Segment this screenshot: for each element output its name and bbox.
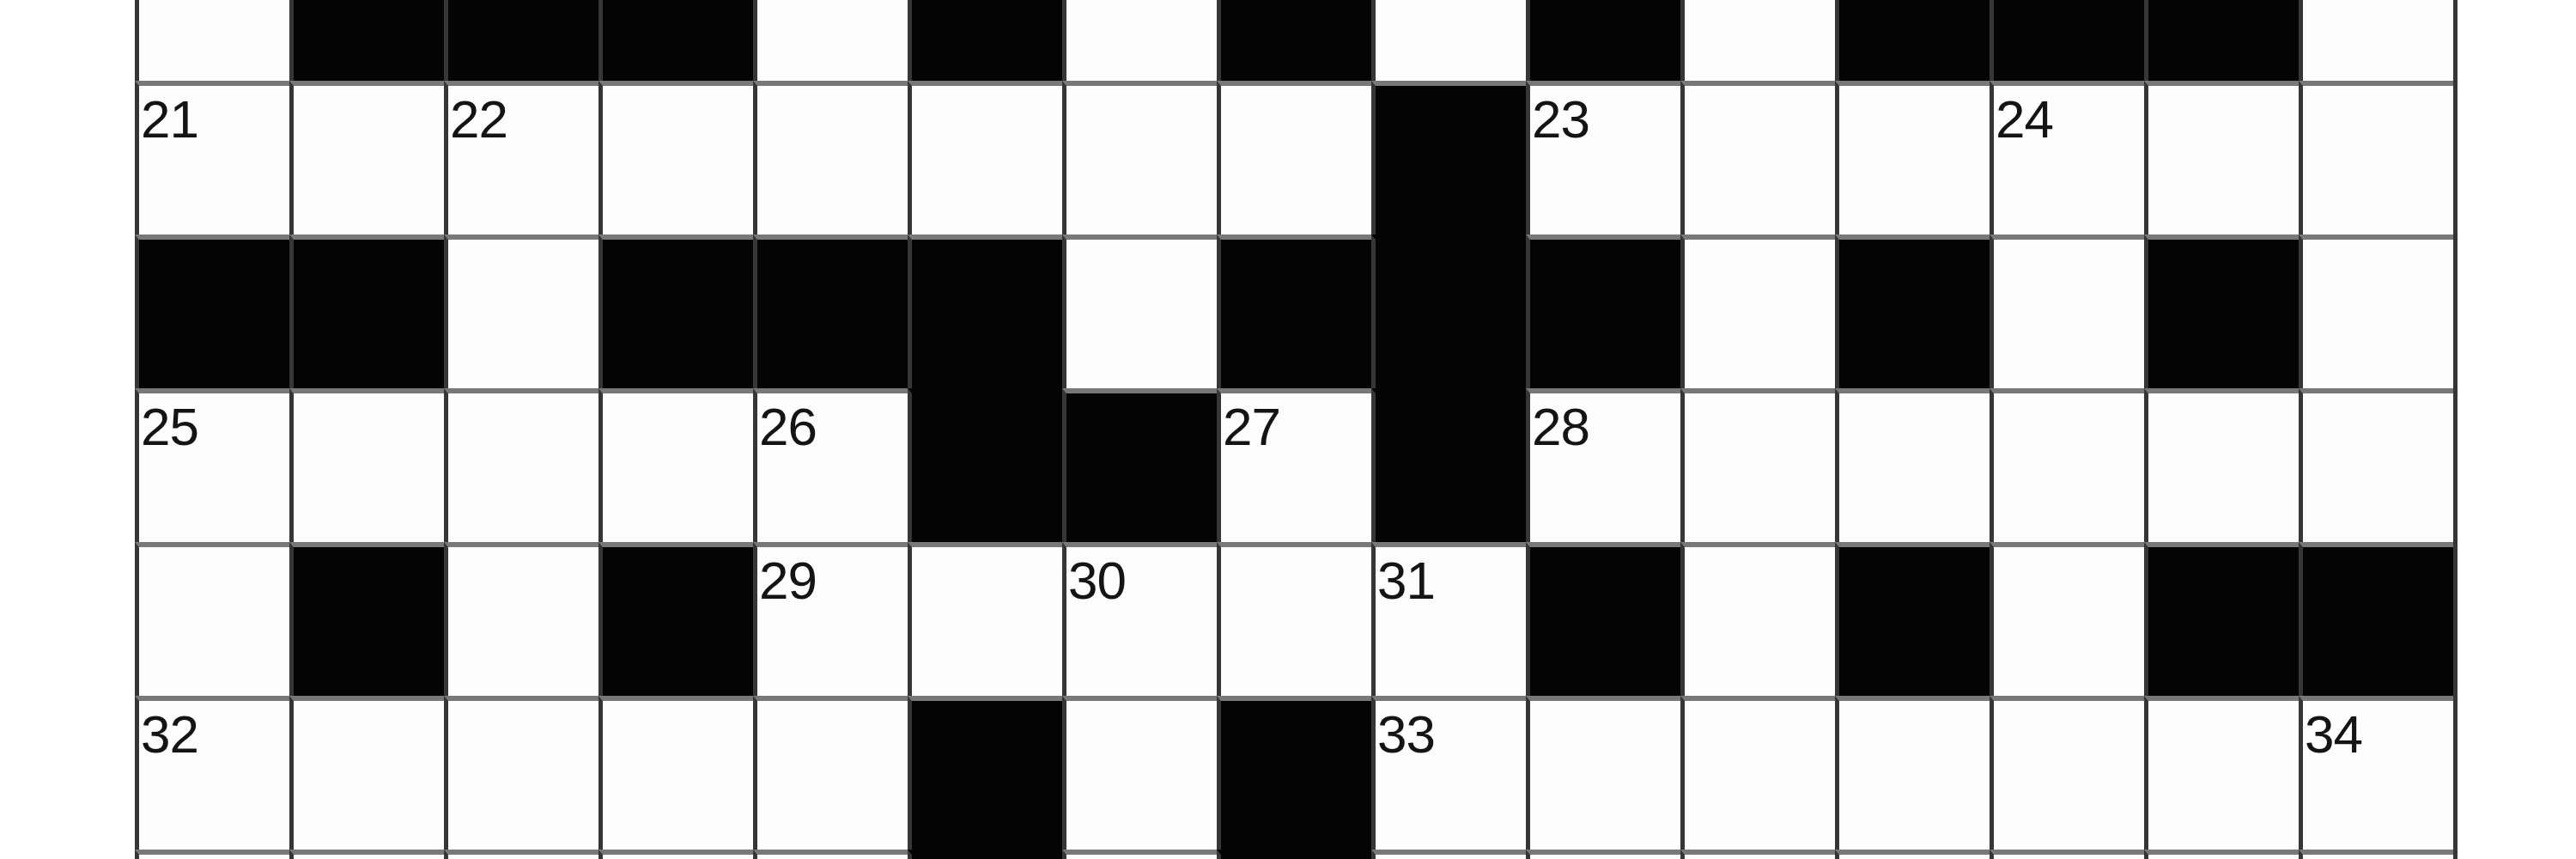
cell-r3-c10-block: [1526, 235, 1680, 388]
clue-number-27: 27: [1223, 400, 1280, 454]
clue-number-33: 33: [1377, 708, 1435, 761]
cell-r5-c4-block: [598, 542, 753, 696]
cell-r6-c4[interactable]: [598, 696, 753, 850]
clue-number-30: 30: [1068, 554, 1126, 607]
cell-r1-c15[interactable]: [2299, 0, 2453, 81]
clue-number-26: 26: [759, 400, 817, 454]
cell-r2-c12[interactable]: [1835, 81, 1990, 235]
cell-r3-c14-block: [2144, 235, 2299, 388]
cell-r6-c5[interactable]: [753, 696, 908, 850]
cell-r5-c15-block: [2299, 542, 2453, 696]
cell-r5-c3[interactable]: [444, 542, 598, 696]
cell-r6-c2[interactable]: [289, 696, 444, 850]
cell-r1-c3-block: [444, 0, 598, 81]
cell-r6-c14[interactable]: [2144, 696, 2299, 850]
cell-r7-c12[interactable]: [1835, 850, 1990, 859]
cell-r7-c14[interactable]: [2144, 850, 2299, 859]
cell-r1-c9[interactable]: [1371, 0, 1526, 81]
cell-r2-c15[interactable]: [2299, 81, 2453, 235]
cell-r1-c5[interactable]: [753, 0, 908, 81]
cell-r3-c15[interactable]: [2299, 235, 2453, 388]
cell-r2-c6[interactable]: [908, 81, 1062, 235]
clue-number-28: 28: [1532, 400, 1589, 454]
cell-r2-c9-block: [1371, 81, 1526, 235]
cell-r4-c5[interactable]: 26: [753, 388, 908, 542]
cell-r4-c3[interactable]: [444, 388, 598, 542]
clue-number-21: 21: [141, 93, 198, 146]
cell-r5-c10-block: [1526, 542, 1680, 696]
clue-number-24: 24: [1996, 93, 2053, 146]
cell-r4-c13[interactable]: [1990, 388, 2144, 542]
cell-r3-c9-block: [1371, 235, 1526, 388]
cell-r2-c11[interactable]: [1680, 81, 1835, 235]
cell-r4-c10[interactable]: 28: [1526, 388, 1680, 542]
clue-number-23: 23: [1532, 93, 1589, 146]
cell-r3-c12-block: [1835, 235, 1990, 388]
clue-number-31: 31: [1377, 554, 1435, 607]
clue-number-29: 29: [759, 554, 817, 607]
cell-r1-c12-block: [1835, 0, 1990, 81]
crossword-board: 2122232425262728293031323334: [135, 0, 2458, 859]
clue-number-22: 22: [450, 93, 507, 146]
cell-r4-c6-block: [908, 388, 1062, 542]
cell-r4-c9-block: [1371, 388, 1526, 542]
cell-r3-c5-block: [753, 235, 908, 388]
cell-r4-c4[interactable]: [598, 388, 753, 542]
cell-r2-c1[interactable]: 21: [135, 81, 289, 235]
cell-r2-c8[interactable]: [1217, 81, 1371, 235]
clue-number-32: 32: [141, 708, 198, 761]
cell-r5-c12-block: [1835, 542, 1990, 696]
cell-r6-c12[interactable]: [1835, 696, 1990, 850]
cell-r5-c8[interactable]: [1217, 542, 1371, 696]
cell-r4-c15[interactable]: [2299, 388, 2453, 542]
cell-r6-c1[interactable]: 32: [135, 696, 289, 850]
cell-r6-c9[interactable]: 33: [1371, 696, 1526, 850]
crossword-page: 2122232425262728293031323334: [0, 0, 2576, 859]
cell-r1-c6-block: [908, 0, 1062, 81]
cell-r2-c5[interactable]: [753, 81, 908, 235]
cell-r3-c4-block: [598, 235, 753, 388]
cell-r7-c3[interactable]: [444, 850, 598, 859]
cell-r6-c3[interactable]: [444, 696, 598, 850]
cell-r7-c5[interactable]: [753, 850, 908, 859]
cell-r3-c11[interactable]: [1680, 235, 1835, 388]
cell-r7-c8-block: [1217, 850, 1371, 859]
cell-r7-c6-block: [908, 850, 1062, 859]
cell-r5-c2-block: [289, 542, 444, 696]
cell-r7-c11[interactable]: [1680, 850, 1835, 859]
cell-r1-c13-block: [1990, 0, 2144, 81]
cell-r7-c4[interactable]: [598, 850, 753, 859]
cell-r7-c13[interactable]: [1990, 850, 2144, 859]
cell-r6-c10[interactable]: [1526, 696, 1680, 850]
cell-r5-c14-block: [2144, 542, 2299, 696]
cell-r6-c7[interactable]: [1062, 696, 1217, 850]
cell-r6-c15[interactable]: 34: [2299, 696, 2453, 850]
cell-r5-c6[interactable]: [908, 542, 1062, 696]
cell-r4-c11[interactable]: [1680, 388, 1835, 542]
cell-r5-c13[interactable]: [1990, 542, 2144, 696]
cell-r1-c8-block: [1217, 0, 1371, 81]
clue-number-34: 34: [2305, 708, 2362, 761]
cell-r6-c13[interactable]: [1990, 696, 2144, 850]
cell-r7-c9[interactable]: [1371, 850, 1526, 859]
cell-r2-c13[interactable]: 24: [1990, 81, 2144, 235]
cell-r1-c10-block: [1526, 0, 1680, 81]
cell-r3-c8-block: [1217, 235, 1371, 388]
cell-r2-c4[interactable]: [598, 81, 753, 235]
cell-r7-c1[interactable]: [135, 850, 289, 859]
cell-r3-c1-block: [135, 235, 289, 388]
cell-r3-c3[interactable]: [444, 235, 598, 388]
cell-r5-c5[interactable]: 29: [753, 542, 908, 696]
cell-r1-c11[interactable]: [1680, 0, 1835, 81]
cell-r4-c2[interactable]: [289, 388, 444, 542]
cell-r1-c2-block: [289, 0, 444, 81]
cell-r2-c10[interactable]: 23: [1526, 81, 1680, 235]
cell-r5-c9[interactable]: 31: [1371, 542, 1526, 696]
cell-r7-c7[interactable]: [1062, 850, 1217, 859]
cell-r5-c1[interactable]: [135, 542, 289, 696]
cell-r4-c12[interactable]: [1835, 388, 1990, 542]
cell-r7-c2[interactable]: [289, 850, 444, 859]
cell-r3-c6-block: [908, 235, 1062, 388]
cell-r2-c3[interactable]: 22: [444, 81, 598, 235]
clue-number-25: 25: [141, 400, 198, 454]
cell-r5-c11[interactable]: [1680, 542, 1835, 696]
cell-r7-c15[interactable]: [2299, 850, 2453, 859]
cell-r6-c6-block: [908, 696, 1062, 850]
cell-r6-c8-block: [1217, 696, 1371, 850]
cell-r2-c2[interactable]: [289, 81, 444, 235]
cell-r4-c14[interactable]: [2144, 388, 2299, 542]
cell-r4-c1[interactable]: 25: [135, 388, 289, 542]
cell-r1-c4-block: [598, 0, 753, 81]
cell-r1-c1[interactable]: [135, 0, 289, 81]
cell-r7-c10[interactable]: [1526, 850, 1680, 859]
cell-r4-c7-block: [1062, 388, 1217, 542]
cell-r2-c14[interactable]: [2144, 81, 2299, 235]
cell-r6-c11[interactable]: [1680, 696, 1835, 850]
cell-r2-c7[interactable]: [1062, 81, 1217, 235]
cell-r1-c7[interactable]: [1062, 0, 1217, 81]
cell-r1-c14-block: [2144, 0, 2299, 81]
cell-r4-c8[interactable]: 27: [1217, 388, 1371, 542]
cell-r3-c7[interactable]: [1062, 235, 1217, 388]
cell-r5-c7[interactable]: 30: [1062, 542, 1217, 696]
cell-r3-c13[interactable]: [1990, 235, 2144, 388]
cell-r3-c2-block: [289, 235, 444, 388]
